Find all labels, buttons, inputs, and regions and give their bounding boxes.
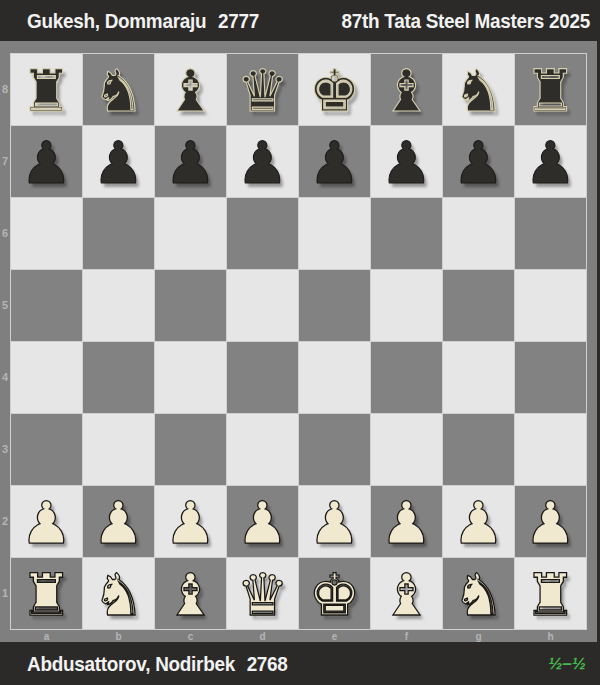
white-knight-piece[interactable]: ♞ [83, 558, 154, 629]
black-pawn-piece[interactable]: ♟ [83, 126, 154, 197]
white-pawn-piece[interactable]: ♟ [11, 486, 82, 557]
white-player: Abdusattorov, Nodirbek 2768 [27, 652, 288, 676]
black-bishop-piece[interactable]: ♝ [155, 54, 226, 125]
square-d7[interactable]: ♟ [227, 126, 298, 197]
square-e3[interactable] [299, 414, 370, 485]
rank-label-7: 7 [0, 126, 10, 197]
game-result: ½–½ [548, 654, 586, 674]
square-f8[interactable]: ♝ [371, 54, 442, 125]
white-player-rating: 2768 [247, 652, 288, 676]
black-rook-piece[interactable]: ♜ [515, 54, 586, 125]
square-d3[interactable] [227, 414, 298, 485]
square-g6[interactable] [443, 198, 514, 269]
square-e6[interactable] [299, 198, 370, 269]
square-a3[interactable] [11, 414, 82, 485]
square-e2[interactable]: ♟ [299, 486, 370, 557]
rank-label-5: 5 [0, 270, 10, 341]
square-e8[interactable]: ♚ [299, 54, 370, 125]
square-h1[interactable]: ♜ [515, 558, 586, 629]
square-b1[interactable]: ♞ [83, 558, 154, 629]
black-pawn-piece[interactable]: ♟ [443, 126, 514, 197]
square-b5[interactable] [83, 270, 154, 341]
square-b7[interactable]: ♟ [83, 126, 154, 197]
square-d8[interactable]: ♛ [227, 54, 298, 125]
square-d5[interactable] [227, 270, 298, 341]
square-h3[interactable] [515, 414, 586, 485]
square-e5[interactable] [299, 270, 370, 341]
square-h8[interactable]: ♜ [515, 54, 586, 125]
black-queen-piece[interactable]: ♛ [227, 54, 298, 125]
square-a2[interactable]: ♟ [11, 486, 82, 557]
white-pawn-piece[interactable]: ♟ [299, 486, 370, 557]
white-player-name: Abdusattorov, Nodirbek [27, 652, 235, 676]
square-d6[interactable] [227, 198, 298, 269]
square-f5[interactable] [371, 270, 442, 341]
black-pawn-piece[interactable]: ♟ [371, 126, 442, 197]
square-b4[interactable] [83, 342, 154, 413]
rank-label-1: 1 [0, 558, 10, 629]
rank-label-2: 2 [0, 486, 10, 557]
black-pawn-piece[interactable]: ♟ [11, 126, 82, 197]
square-a6[interactable] [11, 198, 82, 269]
square-f4[interactable] [371, 342, 442, 413]
square-h7[interactable]: ♟ [515, 126, 586, 197]
square-a5[interactable] [11, 270, 82, 341]
square-g4[interactable] [443, 342, 514, 413]
square-f7[interactable]: ♟ [371, 126, 442, 197]
square-b6[interactable] [83, 198, 154, 269]
black-player: Gukesh, Dommaraju 2777 [27, 9, 259, 33]
square-f2[interactable]: ♟ [371, 486, 442, 557]
square-g7[interactable]: ♟ [443, 126, 514, 197]
chess-diagram: Gukesh, Dommaraju 2777 87th Tata Steel M… [0, 0, 600, 685]
white-pawn-piece[interactable]: ♟ [155, 486, 226, 557]
white-pawn-piece[interactable]: ♟ [371, 486, 442, 557]
black-knight-piece[interactable]: ♞ [83, 54, 154, 125]
white-rook-piece[interactable]: ♜ [515, 558, 586, 629]
square-a8[interactable]: ♜ [11, 54, 82, 125]
square-c6[interactable] [155, 198, 226, 269]
black-king-piece[interactable]: ♚ [299, 54, 370, 125]
square-d2[interactable]: ♟ [227, 486, 298, 557]
top-player-bar: Gukesh, Dommaraju 2777 87th Tata Steel M… [0, 0, 600, 41]
square-a4[interactable] [11, 342, 82, 413]
rank-label-8: 8 [0, 54, 10, 125]
square-f3[interactable] [371, 414, 442, 485]
square-g8[interactable]: ♞ [443, 54, 514, 125]
square-c5[interactable] [155, 270, 226, 341]
white-knight-piece[interactable]: ♞ [443, 558, 514, 629]
event-title: 87th Tata Steel Masters 2025 [342, 9, 590, 33]
square-c7[interactable]: ♟ [155, 126, 226, 197]
black-pawn-piece[interactable]: ♟ [227, 126, 298, 197]
white-pawn-piece[interactable]: ♟ [83, 486, 154, 557]
square-b8[interactable]: ♞ [83, 54, 154, 125]
square-c2[interactable]: ♟ [155, 486, 226, 557]
rank-label-3: 3 [0, 414, 10, 485]
black-bishop-piece[interactable]: ♝ [371, 54, 442, 125]
white-pawn-piece[interactable]: ♟ [227, 486, 298, 557]
square-h6[interactable] [515, 198, 586, 269]
square-c3[interactable] [155, 414, 226, 485]
black-pawn-piece[interactable]: ♟ [155, 126, 226, 197]
white-queen-piece[interactable]: ♛ [227, 558, 298, 629]
square-f1[interactable]: ♝ [371, 558, 442, 629]
white-bishop-piece[interactable]: ♝ [155, 558, 226, 629]
square-e7[interactable]: ♟ [299, 126, 370, 197]
black-rook-piece[interactable]: ♜ [11, 54, 82, 125]
black-knight-piece[interactable]: ♞ [443, 54, 514, 125]
square-b3[interactable] [83, 414, 154, 485]
square-a7[interactable]: ♟ [11, 126, 82, 197]
black-pawn-piece[interactable]: ♟ [515, 126, 586, 197]
black-player-rating: 2777 [218, 9, 259, 33]
rank-label-6: 6 [0, 198, 10, 269]
square-c8[interactable]: ♝ [155, 54, 226, 125]
white-king-piece[interactable]: ♚ [299, 558, 370, 629]
square-c1[interactable]: ♝ [155, 558, 226, 629]
square-h5[interactable] [515, 270, 586, 341]
white-bishop-piece[interactable]: ♝ [371, 558, 442, 629]
bottom-player-bar: Abdusattorov, Nodirbek 2768 ½–½ [0, 642, 600, 685]
black-player-name: Gukesh, Dommaraju [27, 9, 206, 33]
square-h4[interactable] [515, 342, 586, 413]
square-d1[interactable]: ♛ [227, 558, 298, 629]
square-e4[interactable] [299, 342, 370, 413]
square-g1[interactable]: ♞ [443, 558, 514, 629]
square-e1[interactable]: ♚ [299, 558, 370, 629]
square-b2[interactable]: ♟ [83, 486, 154, 557]
white-pawn-piece[interactable]: ♟ [443, 486, 514, 557]
chess-board-squares: ♜♞♝♛♚♝♞♜♟♟♟♟♟♟♟♟♟♟♟♟♟♟♟♟♜♞♝♛♚♝♞♜ [10, 53, 587, 630]
square-g5[interactable] [443, 270, 514, 341]
square-c4[interactable] [155, 342, 226, 413]
black-pawn-piece[interactable]: ♟ [299, 126, 370, 197]
square-a1[interactable]: ♜ [11, 558, 82, 629]
square-g3[interactable] [443, 414, 514, 485]
white-rook-piece[interactable]: ♜ [11, 558, 82, 629]
white-pawn-piece[interactable]: ♟ [515, 486, 586, 557]
rank-label-4: 4 [0, 342, 10, 413]
chess-board: ♜♞♝♛♚♝♞♜♟♟♟♟♟♟♟♟♟♟♟♟♟♟♟♟♜♞♝♛♚♝♞♜ 8765432… [0, 41, 597, 642]
square-f6[interactable] [371, 198, 442, 269]
square-d4[interactable] [227, 342, 298, 413]
square-g2[interactable]: ♟ [443, 486, 514, 557]
square-h2[interactable]: ♟ [515, 486, 586, 557]
